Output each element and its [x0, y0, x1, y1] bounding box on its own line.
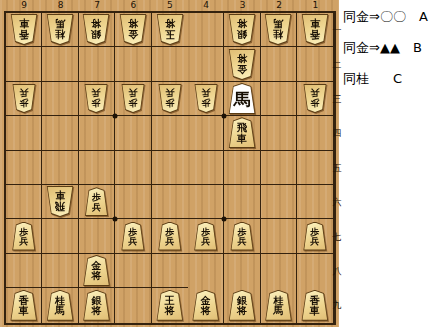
board-square[interactable]: 歩兵	[79, 82, 115, 116]
board-square[interactable]	[297, 116, 333, 150]
board-square[interactable]	[79, 116, 115, 150]
shogi-piece[interactable]: 歩兵	[193, 222, 219, 251]
board-square[interactable]	[115, 47, 151, 81]
file-label: 9	[21, 0, 27, 10]
board-square[interactable]: 桂馬	[42, 288, 78, 322]
board-square[interactable]	[115, 288, 151, 322]
board-square[interactable]: 金将	[115, 13, 151, 47]
board-square[interactable]	[261, 219, 297, 253]
file-label: 3	[240, 0, 246, 10]
shogi-piece[interactable]: 金将	[191, 290, 221, 321]
board-square[interactable]	[297, 151, 333, 185]
board-square[interactable]	[6, 254, 42, 288]
board-square[interactable]	[152, 116, 188, 150]
rank-label: 六	[333, 196, 342, 209]
board-square[interactable]	[6, 151, 42, 185]
board-square[interactable]	[115, 185, 151, 219]
shogi-piece[interactable]: 香車	[9, 14, 39, 45]
file-label: 4	[203, 0, 209, 10]
shogi-piece[interactable]: 香車	[9, 290, 39, 321]
rank-label: 二	[333, 58, 342, 71]
rank-label: 一	[333, 24, 342, 37]
shogi-piece[interactable]: 金将	[118, 14, 148, 45]
file-label: 8	[58, 0, 64, 10]
board-square[interactable]	[188, 13, 224, 47]
board-background: 987654321 一二三四五六七八九 香車桂馬銀将金将玉将銀将桂馬香車金将歩兵…	[0, 0, 339, 327]
board-square[interactable]: 飛車	[224, 116, 260, 150]
board-square[interactable]: 王将	[152, 288, 188, 322]
board-square[interactable]	[152, 254, 188, 288]
board-square[interactable]: 歩兵	[6, 219, 42, 253]
board-square[interactable]: 歩兵	[152, 219, 188, 253]
board-square[interactable]: 歩兵	[297, 82, 333, 116]
shogi-piece[interactable]: 歩兵	[120, 222, 146, 251]
board-square[interactable]	[261, 116, 297, 150]
board-square[interactable]: 歩兵	[224, 219, 260, 253]
shogi-piece[interactable]: 香車	[300, 290, 330, 321]
board-square[interactable]	[261, 185, 297, 219]
board-square[interactable]	[79, 219, 115, 253]
board-square[interactable]: 歩兵	[115, 82, 151, 116]
shogi-piece[interactable]: 馬	[227, 83, 257, 114]
board-square[interactable]: 香車	[6, 288, 42, 322]
board-square[interactable]: 金将	[188, 288, 224, 322]
rank-label: 五	[333, 161, 342, 174]
board-square[interactable]	[42, 47, 78, 81]
shogi-piece[interactable]: 飛車	[227, 117, 257, 148]
board-square[interactable]	[6, 47, 42, 81]
board-square[interactable]: 歩兵	[6, 82, 42, 116]
board-square[interactable]: 金将	[79, 254, 115, 288]
quiz-option-a-letter: A	[419, 9, 428, 24]
rank-label: 八	[333, 265, 342, 278]
board-square[interactable]	[79, 151, 115, 185]
star-point	[222, 114, 227, 119]
board-square[interactable]	[6, 116, 42, 150]
board-square[interactable]	[152, 151, 188, 185]
board-square[interactable]	[188, 116, 224, 150]
board-square[interactable]: 銀将	[224, 288, 260, 322]
shogi-piece[interactable]: 歩兵	[157, 222, 183, 251]
board-square[interactable]	[42, 151, 78, 185]
shogi-piece[interactable]: 歩兵	[157, 84, 183, 113]
board-square[interactable]	[224, 254, 260, 288]
board-square[interactable]	[6, 185, 42, 219]
board-square[interactable]	[115, 254, 151, 288]
board-square[interactable]	[42, 219, 78, 253]
board-grid: 香車桂馬銀将金将玉将銀将桂馬香車金将歩兵歩兵歩兵歩兵歩兵馬歩兵飛車飛車歩兵歩兵歩…	[4, 11, 336, 325]
quiz-option-c-letter: C	[393, 71, 402, 86]
board-square[interactable]: 歩兵	[115, 219, 151, 253]
board-square[interactable]: 銀将	[79, 288, 115, 322]
board-square[interactable]	[188, 47, 224, 81]
board-square[interactable]	[115, 151, 151, 185]
file-label: 7	[94, 0, 100, 10]
quiz-option-b-label: 同金⇒▲▲	[343, 39, 400, 57]
board-square[interactable]	[188, 151, 224, 185]
quiz-option-b[interactable]: 同金⇒▲▲ B	[343, 39, 444, 57]
board-square[interactable]	[297, 47, 333, 81]
quiz-option-a-label: 同金⇒〇〇	[343, 8, 406, 26]
shogi-piece[interactable]: 歩兵	[229, 222, 255, 251]
board-square[interactable]	[42, 116, 78, 150]
quiz-option-c[interactable]: 同桂 C	[343, 70, 444, 88]
board-square[interactable]: 香車	[297, 13, 333, 47]
board-square[interactable]: 桂馬	[42, 13, 78, 47]
board-square[interactable]: 歩兵	[152, 82, 188, 116]
shogi-piece[interactable]: 金将	[81, 255, 111, 286]
answer-options-panel: 同金⇒〇〇 A 同金⇒▲▲ B 同桂 C	[339, 0, 444, 327]
rank-label: 九	[333, 299, 342, 312]
shogi-piece[interactable]: 桂馬	[45, 290, 75, 321]
shogi-piece[interactable]: 桂馬	[263, 14, 293, 45]
shogi-piece[interactable]: 玉将	[155, 14, 185, 45]
board-square[interactable]: 歩兵	[79, 185, 115, 219]
board-square[interactable]	[42, 254, 78, 288]
board-square[interactable]	[42, 82, 78, 116]
shogi-piece[interactable]: 王将	[155, 290, 185, 321]
shogi-piece[interactable]: 歩兵	[83, 84, 109, 113]
board-square[interactable]	[224, 151, 260, 185]
shogi-piece[interactable]: 銀将	[227, 290, 257, 321]
shogi-piece[interactable]: 歩兵	[193, 84, 219, 113]
board-square[interactable]	[261, 47, 297, 81]
shogi-piece[interactable]: 歩兵	[11, 84, 37, 113]
board-square[interactable]	[79, 47, 115, 81]
shogi-piece[interactable]: 歩兵	[302, 222, 328, 251]
rank-label: 七	[333, 230, 342, 243]
board-square[interactable]	[261, 82, 297, 116]
board-square[interactable]	[224, 185, 260, 219]
shogi-piece[interactable]: 桂馬	[263, 290, 293, 321]
file-label: 1	[313, 0, 319, 10]
shogi-piece[interactable]: 桂馬	[45, 14, 75, 45]
star-point	[113, 217, 118, 222]
board-square[interactable]: 桂馬	[261, 13, 297, 47]
shogi-piece[interactable]: 歩兵	[11, 222, 37, 251]
file-label: 6	[131, 0, 137, 10]
board-square[interactable]: 銀将	[79, 13, 115, 47]
rank-label: 四	[333, 127, 342, 140]
board-square[interactable]	[188, 254, 224, 288]
board-square[interactable]: 歩兵	[297, 219, 333, 253]
shogi-piece[interactable]: 歩兵	[120, 84, 146, 113]
board-square[interactable]: 馬	[224, 82, 260, 116]
shogi-piece[interactable]: 銀将	[227, 14, 257, 45]
quiz-option-c-label: 同桂	[343, 70, 369, 88]
board-square[interactable]	[261, 254, 297, 288]
shogi-piece[interactable]: 銀将	[81, 14, 111, 45]
board-square[interactable]: 歩兵	[188, 82, 224, 116]
board-square[interactable]: 銀将	[224, 13, 260, 47]
shogi-piece[interactable]: 飛車	[45, 186, 75, 217]
board-square[interactable]: 香車	[6, 13, 42, 47]
board-square[interactable]: 飛車	[42, 185, 78, 219]
star-point	[113, 114, 118, 119]
shogi-piece[interactable]: 香車	[300, 14, 330, 45]
file-label: 2	[276, 0, 282, 10]
board-square[interactable]: 金将	[224, 47, 260, 81]
board-square[interactable]: 歩兵	[188, 219, 224, 253]
board-square[interactable]	[297, 254, 333, 288]
shogi-piece[interactable]: 歩兵	[302, 84, 328, 113]
board-square[interactable]	[188, 185, 224, 219]
shogi-piece[interactable]: 金将	[227, 49, 257, 80]
board-square[interactable]: 桂馬	[261, 288, 297, 322]
shogi-quiz-screenshot: 987654321 一二三四五六七八九 香車桂馬銀将金将玉将銀将桂馬香車金将歩兵…	[0, 0, 444, 327]
board-square[interactable]: 香車	[297, 288, 333, 322]
board-square[interactable]	[115, 116, 151, 150]
shogi-piece[interactable]: 歩兵	[83, 187, 109, 216]
board-square[interactable]: 玉将	[152, 13, 188, 47]
shogi-piece[interactable]: 銀将	[81, 290, 111, 321]
star-point	[222, 217, 227, 222]
board-square[interactable]	[152, 185, 188, 219]
file-label: 5	[167, 0, 173, 10]
board-square[interactable]	[261, 151, 297, 185]
quiz-option-b-letter: B	[413, 40, 422, 55]
board-square[interactable]	[152, 47, 188, 81]
quiz-option-a[interactable]: 同金⇒〇〇 A	[343, 8, 444, 26]
rank-label: 三	[333, 93, 342, 106]
board-square[interactable]	[297, 185, 333, 219]
